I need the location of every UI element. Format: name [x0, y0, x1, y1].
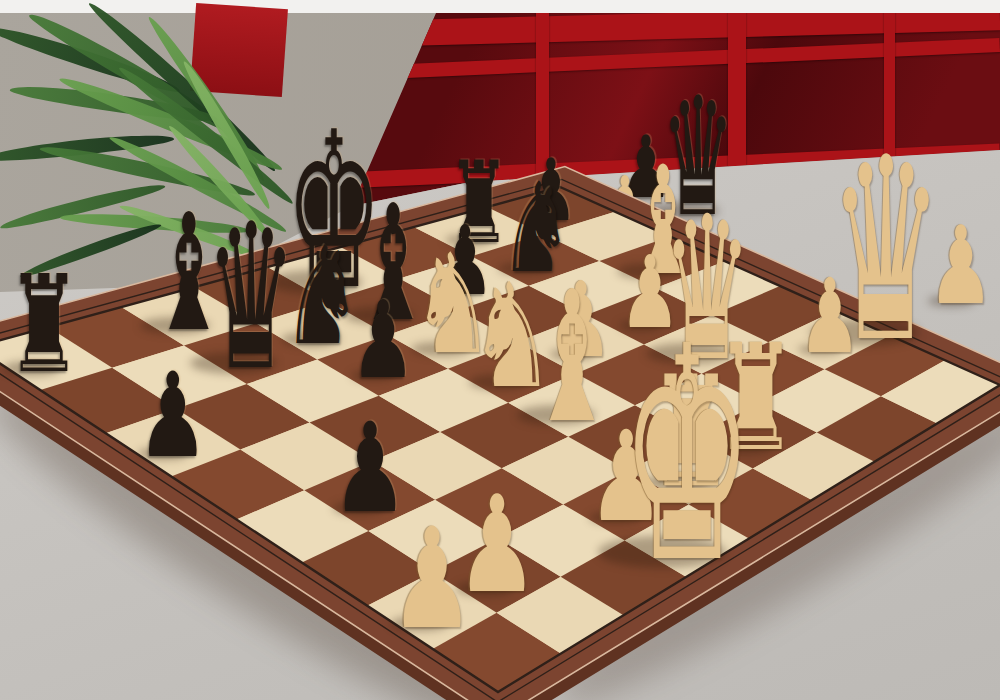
photo-scene: ♛♟♟ ♜♝♚♜♟♛♞♝♟♞♟♟♞♝♞♟♟♟♝♛♟♟♟♟♜♜♚♛♟ [0, 0, 1000, 700]
piece-black-pawn-a6[interactable]: ♟ [138, 370, 209, 454]
piece-white-king-d1[interactable]: ♚ [621, 341, 754, 554]
piece-black-queen-c7[interactable]: ♛ [206, 219, 296, 364]
piece-black-pawn-b4[interactable]: ♟ [332, 420, 408, 509]
piece-black-pawn-d6[interactable]: ♟ [350, 299, 415, 376]
piece-black-rook-a8[interactable]: ♜ [7, 273, 81, 370]
piece-white-pawn-a2[interactable]: ♟ [390, 525, 475, 625]
piece-white-pawn-h3[interactable]: ♟ [798, 276, 861, 350]
piece-white-bishop-e4[interactable]: ♝ [530, 287, 614, 417]
